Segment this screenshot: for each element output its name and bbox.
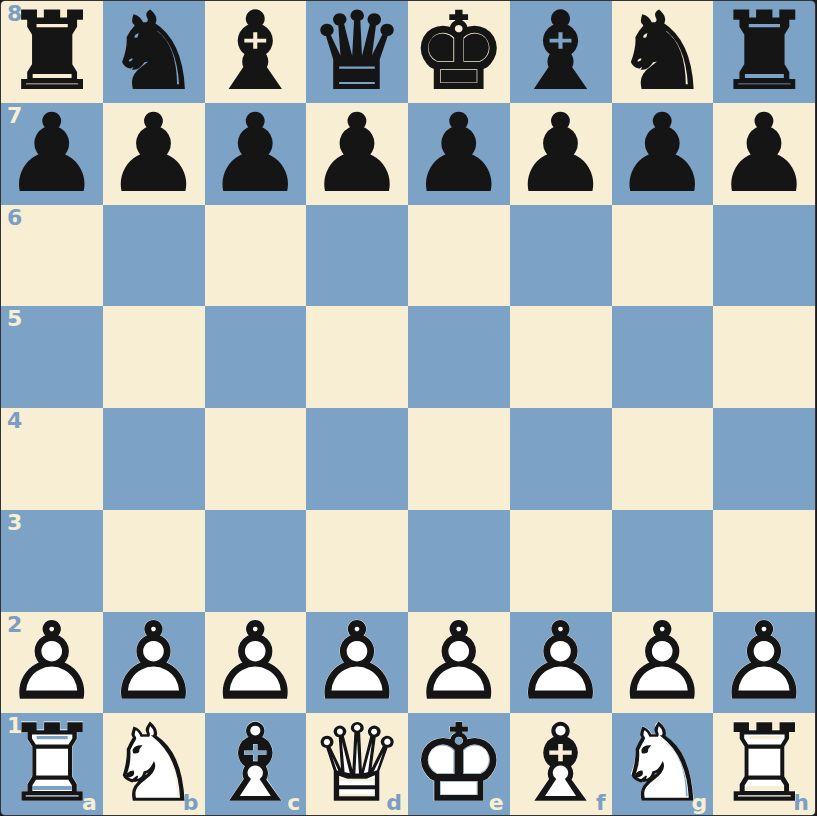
square-b8[interactable]: ♞ (103, 1, 205, 103)
square-f4[interactable] (510, 408, 612, 510)
rank-label-5: 5 (7, 308, 22, 330)
square-d2[interactable]: ♟♙ (306, 612, 408, 714)
square-c8[interactable]: ♝ (205, 1, 307, 103)
white-king-icon[interactable]: ♚♔ (408, 713, 510, 815)
white-pawn-icon[interactable]: ♟♙ (306, 612, 408, 714)
square-c4[interactable] (205, 408, 307, 510)
white-rook-icon[interactable]: ♜♖ (1, 713, 103, 815)
piece-outline: ♔ (408, 713, 510, 815)
piece-outline: ♘ (103, 713, 205, 815)
black-pawn-icon[interactable]: ♟ (713, 103, 815, 205)
piece-fill: ♝ (205, 1, 307, 103)
square-a8[interactable]: 8♜ (1, 1, 103, 103)
square-d3[interactable] (306, 510, 408, 612)
piece-fill: ♟ (1, 103, 103, 205)
piece-outline: ♙ (103, 612, 205, 714)
piece-fill: ♚ (408, 1, 510, 103)
piece-outline: ♙ (306, 612, 408, 714)
square-c5[interactable] (205, 306, 307, 408)
piece-fill: ♟ (612, 103, 714, 205)
square-g7[interactable]: ♟ (612, 103, 714, 205)
square-g5[interactable] (612, 306, 714, 408)
white-pawn-icon[interactable]: ♟♙ (408, 612, 510, 714)
square-e4[interactable] (408, 408, 510, 510)
rank-label-6: 6 (7, 207, 22, 229)
square-f3[interactable] (510, 510, 612, 612)
black-rook-icon[interactable]: ♜ (713, 1, 815, 103)
piece-outline: ♙ (510, 612, 612, 714)
square-e2[interactable]: ♟♙ (408, 612, 510, 714)
square-h1[interactable]: h♜♖ (713, 713, 815, 815)
piece-outline: ♖ (713, 713, 815, 815)
square-a7[interactable]: 7♟ (1, 103, 103, 205)
square-c3[interactable] (205, 510, 307, 612)
piece-outline: ♙ (205, 612, 307, 714)
white-rook-icon[interactable]: ♜♖ (713, 713, 815, 815)
white-bishop-icon[interactable]: ♝♗ (510, 713, 612, 815)
piece-outline: ♙ (612, 612, 714, 714)
black-pawn-icon[interactable]: ♟ (1, 103, 103, 205)
white-pawn-icon[interactable]: ♟♙ (205, 612, 307, 714)
square-e8[interactable]: ♚ (408, 1, 510, 103)
piece-fill: ♟ (103, 103, 205, 205)
black-bishop-icon[interactable]: ♝ (510, 1, 612, 103)
square-h5[interactable] (713, 306, 815, 408)
piece-fill: ♟ (713, 103, 815, 205)
square-b3[interactable] (103, 510, 205, 612)
square-c6[interactable] (205, 205, 307, 307)
piece-outline: ♘ (612, 713, 714, 815)
white-queen-icon[interactable]: ♛♕ (306, 713, 408, 815)
black-knight-icon[interactable]: ♞ (612, 1, 714, 103)
square-a3[interactable]: 3 (1, 510, 103, 612)
square-d7[interactable]: ♟ (306, 103, 408, 205)
black-pawn-icon[interactable]: ♟ (510, 103, 612, 205)
square-c1[interactable]: c♝♗ (205, 713, 307, 815)
piece-fill: ♝ (510, 1, 612, 103)
square-b4[interactable] (103, 408, 205, 510)
white-knight-icon[interactable]: ♞♘ (103, 713, 205, 815)
piece-fill: ♜ (713, 1, 815, 103)
black-pawn-icon[interactable]: ♟ (612, 103, 714, 205)
piece-fill: ♟ (205, 103, 307, 205)
square-h6[interactable] (713, 205, 815, 307)
square-a4[interactable]: 4 (1, 408, 103, 510)
square-d8[interactable]: ♛ (306, 1, 408, 103)
chess-board: 8♜♞♝♛♚♝♞♜7♟♟♟♟♟♟♟♟65432♟♙♟♙♟♙♟♙♟♙♟♙♟♙♟♙1… (0, 0, 816, 816)
piece-fill: ♟ (510, 103, 612, 205)
black-pawn-icon[interactable]: ♟ (205, 103, 307, 205)
square-e6[interactable] (408, 205, 510, 307)
black-pawn-icon[interactable]: ♟ (408, 103, 510, 205)
white-bishop-icon[interactable]: ♝♗ (205, 713, 307, 815)
square-g2[interactable]: ♟♙ (612, 612, 714, 714)
square-h3[interactable] (713, 510, 815, 612)
piece-outline: ♕ (306, 713, 408, 815)
black-pawn-icon[interactable]: ♟ (103, 103, 205, 205)
square-g3[interactable] (612, 510, 714, 612)
square-b6[interactable] (103, 205, 205, 307)
square-c2[interactable]: ♟♙ (205, 612, 307, 714)
black-knight-icon[interactable]: ♞ (103, 1, 205, 103)
black-pawn-icon[interactable]: ♟ (306, 103, 408, 205)
square-e5[interactable] (408, 306, 510, 408)
square-f1[interactable]: f♝♗ (510, 713, 612, 815)
square-c7[interactable]: ♟ (205, 103, 307, 205)
square-b1[interactable]: b♞♘ (103, 713, 205, 815)
square-h8[interactable]: ♜ (713, 1, 815, 103)
square-a2[interactable]: 2♟♙ (1, 612, 103, 714)
square-h7[interactable]: ♟ (713, 103, 815, 205)
square-f7[interactable]: ♟ (510, 103, 612, 205)
piece-fill: ♟ (306, 103, 408, 205)
piece-outline: ♙ (408, 612, 510, 714)
square-b5[interactable] (103, 306, 205, 408)
white-pawn-icon[interactable]: ♟♙ (612, 612, 714, 714)
piece-fill: ♜ (1, 1, 103, 103)
square-d5[interactable] (306, 306, 408, 408)
square-e3[interactable] (408, 510, 510, 612)
square-h2[interactable]: ♟♙ (713, 612, 815, 714)
piece-outline: ♙ (713, 612, 815, 714)
square-d6[interactable] (306, 205, 408, 307)
square-f2[interactable]: ♟♙ (510, 612, 612, 714)
white-pawn-icon[interactable]: ♟♙ (713, 612, 815, 714)
piece-outline: ♗ (205, 713, 307, 815)
piece-outline: ♗ (510, 713, 612, 815)
square-a6[interactable]: 6 (1, 205, 103, 307)
square-g8[interactable]: ♞ (612, 1, 714, 103)
square-g6[interactable] (612, 205, 714, 307)
square-a1[interactable]: 1a♜♖ (1, 713, 103, 815)
square-d1[interactable]: d♛♕ (306, 713, 408, 815)
square-f6[interactable] (510, 205, 612, 307)
white-knight-icon[interactable]: ♞♘ (612, 713, 714, 815)
white-pawn-icon[interactable]: ♟♙ (1, 612, 103, 714)
square-d4[interactable] (306, 408, 408, 510)
square-g4[interactable] (612, 408, 714, 510)
black-bishop-icon[interactable]: ♝ (205, 1, 307, 103)
square-f8[interactable]: ♝ (510, 1, 612, 103)
square-h4[interactable] (713, 408, 815, 510)
square-e1[interactable]: e♚♔ (408, 713, 510, 815)
piece-outline: ♖ (1, 713, 103, 815)
piece-fill: ♞ (103, 1, 205, 103)
square-g1[interactable]: g♞♘ (612, 713, 714, 815)
square-a5[interactable]: 5 (1, 306, 103, 408)
square-f5[interactable] (510, 306, 612, 408)
rank-label-3: 3 (7, 512, 22, 534)
black-king-icon[interactable]: ♚ (408, 1, 510, 103)
square-b2[interactable]: ♟♙ (103, 612, 205, 714)
rank-label-4: 4 (7, 410, 22, 432)
piece-fill: ♛ (306, 1, 408, 103)
piece-outline: ♙ (1, 612, 103, 714)
black-queen-icon[interactable]: ♛ (306, 1, 408, 103)
piece-fill: ♟ (408, 103, 510, 205)
white-pawn-icon[interactable]: ♟♙ (103, 612, 205, 714)
square-b7[interactable]: ♟ (103, 103, 205, 205)
square-e7[interactable]: ♟ (408, 103, 510, 205)
white-pawn-icon[interactable]: ♟♙ (510, 612, 612, 714)
piece-fill: ♞ (612, 1, 714, 103)
black-rook-icon[interactable]: ♜ (1, 1, 103, 103)
